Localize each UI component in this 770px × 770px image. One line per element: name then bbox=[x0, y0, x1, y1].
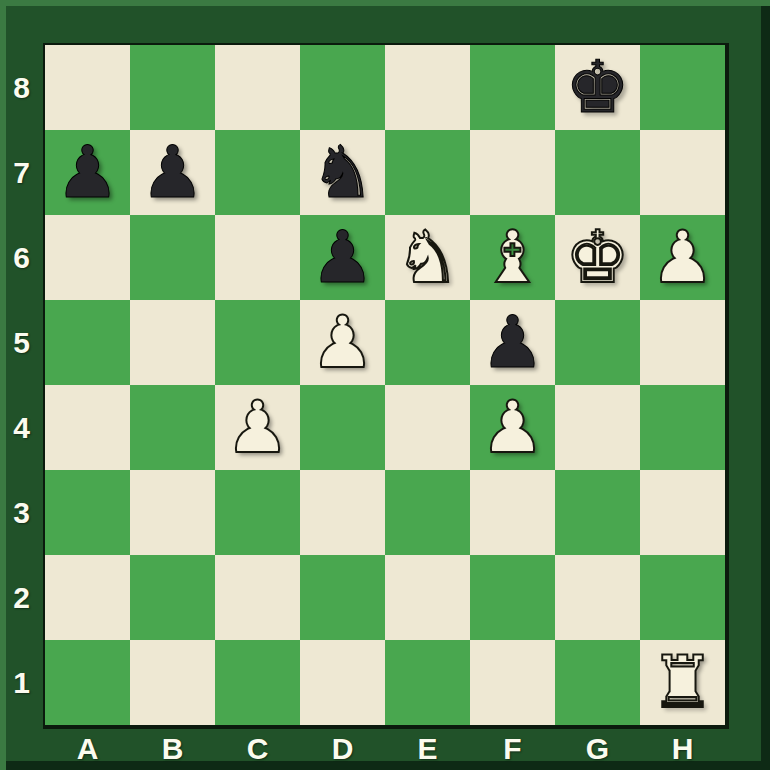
square-a6[interactable] bbox=[45, 215, 130, 300]
square-e1[interactable] bbox=[385, 640, 470, 725]
square-g3[interactable] bbox=[555, 470, 640, 555]
square-a7[interactable]: ♟ bbox=[45, 130, 130, 215]
square-e5[interactable] bbox=[385, 300, 470, 385]
rank-label-2: 2 bbox=[0, 555, 43, 640]
square-h3[interactable] bbox=[640, 470, 725, 555]
piece-black-knight[interactable]: ♞ bbox=[310, 130, 375, 215]
square-h8[interactable] bbox=[640, 45, 725, 130]
square-d3[interactable] bbox=[300, 470, 385, 555]
file-label-a: A bbox=[45, 727, 130, 770]
square-e4[interactable] bbox=[385, 385, 470, 470]
file-label-c: C bbox=[215, 727, 300, 770]
rank-labels: 87654321 bbox=[0, 45, 43, 725]
rank-label-7: 7 bbox=[0, 130, 43, 215]
square-c1[interactable] bbox=[215, 640, 300, 725]
square-g2[interactable] bbox=[555, 555, 640, 640]
square-c5[interactable] bbox=[215, 300, 300, 385]
piece-white-knight[interactable]: ♞ bbox=[395, 215, 460, 300]
rank-label-4: 4 bbox=[0, 385, 43, 470]
square-b6[interactable] bbox=[130, 215, 215, 300]
square-h2[interactable] bbox=[640, 555, 725, 640]
board-frame: 87654321 ♚♟♟♞♟♞♝♚♟♟♟♟♟♜ ABCDEFGH bbox=[0, 0, 770, 770]
square-b5[interactable] bbox=[130, 300, 215, 385]
piece-white-pawn[interactable]: ♟ bbox=[480, 385, 545, 470]
square-c2[interactable] bbox=[215, 555, 300, 640]
piece-black-pawn[interactable]: ♟ bbox=[480, 300, 545, 385]
square-a4[interactable] bbox=[45, 385, 130, 470]
square-b2[interactable] bbox=[130, 555, 215, 640]
piece-black-king[interactable]: ♚ bbox=[565, 45, 630, 130]
square-f5[interactable]: ♟ bbox=[470, 300, 555, 385]
file-label-b: B bbox=[130, 727, 215, 770]
square-c8[interactable] bbox=[215, 45, 300, 130]
square-d5[interactable]: ♟ bbox=[300, 300, 385, 385]
square-g4[interactable] bbox=[555, 385, 640, 470]
square-b3[interactable] bbox=[130, 470, 215, 555]
square-d1[interactable] bbox=[300, 640, 385, 725]
rank-label-5: 5 bbox=[0, 300, 43, 385]
rank-label-6: 6 bbox=[0, 215, 43, 300]
rank-label-8: 8 bbox=[0, 45, 43, 130]
piece-white-pawn[interactable]: ♟ bbox=[650, 215, 715, 300]
square-a8[interactable] bbox=[45, 45, 130, 130]
file-label-d: D bbox=[300, 727, 385, 770]
square-e2[interactable] bbox=[385, 555, 470, 640]
rank-label-3: 3 bbox=[0, 470, 43, 555]
rank-label-1: 1 bbox=[0, 640, 43, 725]
square-f2[interactable] bbox=[470, 555, 555, 640]
square-g5[interactable] bbox=[555, 300, 640, 385]
piece-white-bishop[interactable]: ♝ bbox=[480, 215, 545, 300]
square-f4[interactable]: ♟ bbox=[470, 385, 555, 470]
square-b4[interactable] bbox=[130, 385, 215, 470]
square-f3[interactable] bbox=[470, 470, 555, 555]
square-g7[interactable] bbox=[555, 130, 640, 215]
square-h7[interactable] bbox=[640, 130, 725, 215]
piece-black-pawn[interactable]: ♟ bbox=[55, 130, 120, 215]
square-c4[interactable]: ♟ bbox=[215, 385, 300, 470]
square-c3[interactable] bbox=[215, 470, 300, 555]
chess-board: ♚♟♟♞♟♞♝♚♟♟♟♟♟♜ bbox=[43, 43, 729, 729]
square-b1[interactable] bbox=[130, 640, 215, 725]
piece-white-king[interactable]: ♚ bbox=[565, 215, 630, 300]
piece-white-pawn[interactable]: ♟ bbox=[310, 300, 375, 385]
square-e7[interactable] bbox=[385, 130, 470, 215]
square-c7[interactable] bbox=[215, 130, 300, 215]
square-f6[interactable]: ♝ bbox=[470, 215, 555, 300]
square-b7[interactable]: ♟ bbox=[130, 130, 215, 215]
square-e8[interactable] bbox=[385, 45, 470, 130]
square-d6[interactable]: ♟ bbox=[300, 215, 385, 300]
file-label-g: G bbox=[555, 727, 640, 770]
piece-black-pawn[interactable]: ♟ bbox=[140, 130, 205, 215]
square-f7[interactable] bbox=[470, 130, 555, 215]
square-g8[interactable]: ♚ bbox=[555, 45, 640, 130]
file-labels: ABCDEFGH bbox=[45, 727, 725, 770]
square-h4[interactable] bbox=[640, 385, 725, 470]
square-h6[interactable]: ♟ bbox=[640, 215, 725, 300]
piece-white-rook[interactable]: ♜ bbox=[650, 640, 715, 725]
square-a2[interactable] bbox=[45, 555, 130, 640]
square-h5[interactable] bbox=[640, 300, 725, 385]
square-a3[interactable] bbox=[45, 470, 130, 555]
file-label-f: F bbox=[470, 727, 555, 770]
square-d7[interactable]: ♞ bbox=[300, 130, 385, 215]
square-d8[interactable] bbox=[300, 45, 385, 130]
piece-black-pawn[interactable]: ♟ bbox=[310, 215, 375, 300]
square-h1[interactable]: ♜ bbox=[640, 640, 725, 725]
square-f8[interactable] bbox=[470, 45, 555, 130]
square-f1[interactable] bbox=[470, 640, 555, 725]
square-c6[interactable] bbox=[215, 215, 300, 300]
square-d2[interactable] bbox=[300, 555, 385, 640]
square-e3[interactable] bbox=[385, 470, 470, 555]
piece-white-pawn[interactable]: ♟ bbox=[225, 385, 290, 470]
square-a1[interactable] bbox=[45, 640, 130, 725]
square-e6[interactable]: ♞ bbox=[385, 215, 470, 300]
square-d4[interactable] bbox=[300, 385, 385, 470]
square-b8[interactable] bbox=[130, 45, 215, 130]
square-a5[interactable] bbox=[45, 300, 130, 385]
square-g1[interactable] bbox=[555, 640, 640, 725]
file-label-h: H bbox=[640, 727, 725, 770]
file-label-e: E bbox=[385, 727, 470, 770]
square-g6[interactable]: ♚ bbox=[555, 215, 640, 300]
